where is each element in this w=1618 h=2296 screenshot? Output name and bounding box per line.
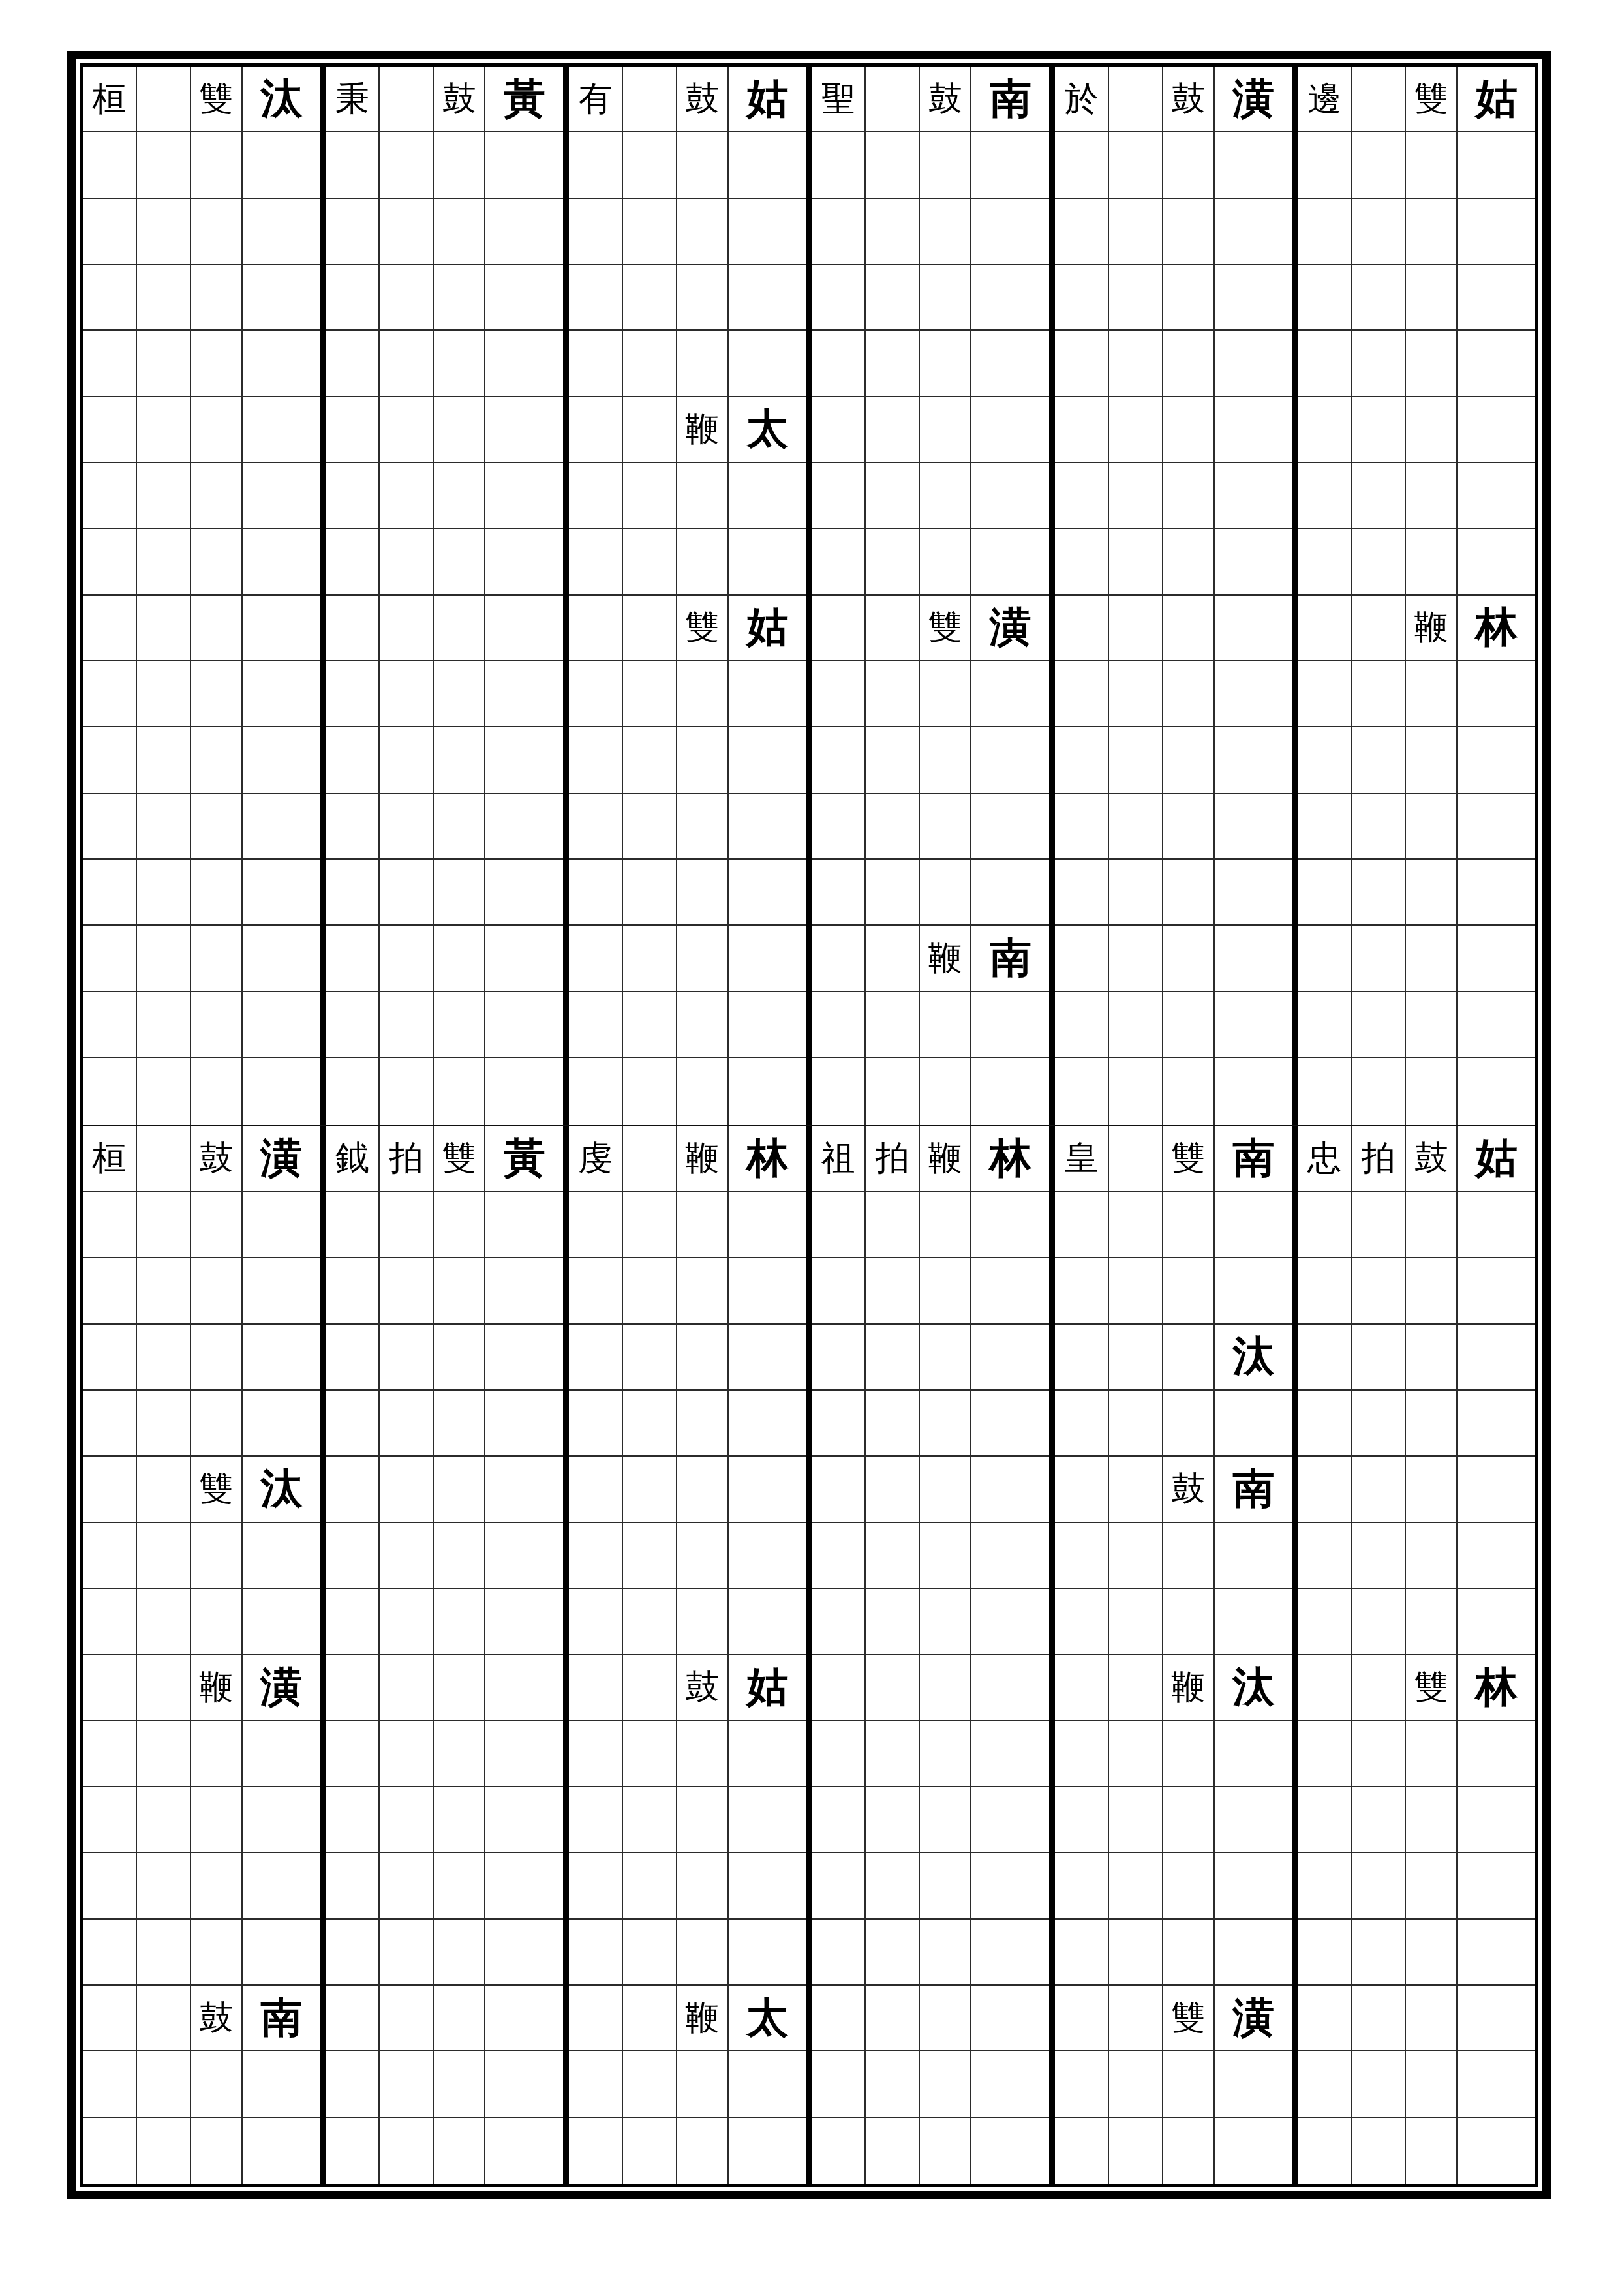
pitch-cell: 姑 [1458, 67, 1535, 132]
lyric-cell [83, 463, 137, 529]
janggu-cell [434, 397, 485, 463]
pitch-cell [485, 661, 563, 727]
lyric-cell [326, 1655, 380, 1721]
lyric-cell [326, 992, 380, 1058]
pitch-cell [971, 1457, 1049, 1522]
pak-cell [623, 1853, 677, 1919]
pitch-cell [729, 661, 806, 727]
pak-cell [1109, 1655, 1163, 1721]
lyric-cell [83, 1589, 137, 1655]
pitch-cell: 姑 [1458, 1126, 1535, 1192]
janggu-cell: 鼓 [1163, 67, 1215, 132]
pitch-cell [243, 199, 320, 265]
janggu-cell [1406, 1192, 1458, 1258]
pak-cell [380, 1457, 434, 1522]
janggu-cell [1163, 1787, 1215, 1853]
pak-cell [137, 132, 191, 198]
pitch-cell [971, 1853, 1049, 1919]
janggu-cell [434, 1920, 485, 1986]
pak-cell [866, 67, 920, 132]
lyric-cell [83, 1523, 137, 1589]
pak-cell [1109, 1126, 1163, 1192]
jeonggan-column-2-3: 虔鞭林鼓姑鞭太 [563, 1126, 806, 2184]
lyric-cell [1055, 661, 1109, 727]
lyric-cell [569, 331, 623, 397]
pak-cell [1352, 661, 1406, 727]
pak-cell [623, 1258, 677, 1324]
pitch-cell [1215, 331, 1292, 397]
lyric-cell [83, 199, 137, 265]
pak-cell [137, 1258, 191, 1324]
janggu-cell [434, 727, 485, 793]
pak-cell [380, 1589, 434, 1655]
jeonggan-column-2-5: 皇雙南汰鼓南鞭汰雙潢 [1049, 1126, 1292, 2184]
janggu-cell [1406, 1986, 1458, 2051]
lyric-cell [812, 1391, 866, 1457]
janggu-cell: 鞭 [920, 926, 971, 991]
pitch-cell [485, 727, 563, 793]
lyric-cell [83, 860, 137, 926]
pak-cell [1109, 2051, 1163, 2117]
pak-cell [380, 1853, 434, 1919]
pak-cell [866, 1920, 920, 1986]
lyric-cell [569, 926, 623, 991]
pitch-glyph: 林 [1476, 607, 1518, 648]
lyric-cell [812, 1258, 866, 1324]
pak-cell [866, 1058, 920, 1124]
janggu-cell: 鼓 [1163, 1457, 1215, 1522]
pak-cell [866, 727, 920, 793]
pitch-cell [729, 860, 806, 926]
pak-cell: 拍 [1352, 1126, 1406, 1192]
janggu-cell [920, 661, 971, 727]
pitch-cell: 太 [729, 1986, 806, 2051]
janggu-cell [920, 1721, 971, 1787]
lyric-cell [569, 463, 623, 529]
janggu-cell [1406, 661, 1458, 727]
lyric-cell [569, 397, 623, 463]
pitch-cell [729, 529, 806, 595]
pak-cell [137, 463, 191, 529]
lyric-cell [812, 1986, 866, 2051]
lyric-cell [1055, 860, 1109, 926]
lyric-cell: 鉞 [326, 1126, 380, 1192]
pitch-cell [729, 1325, 806, 1391]
pitch-cell [485, 860, 563, 926]
pak-cell [1352, 529, 1406, 595]
janggu-cell [1163, 1721, 1215, 1787]
pak-cell [1352, 1058, 1406, 1124]
lyric-cell [83, 661, 137, 727]
pak-cell [380, 67, 434, 132]
janggu-glyph: 雙 [1171, 1141, 1205, 1175]
pak-cell [866, 1986, 920, 2051]
pitch-cell [971, 1058, 1049, 1124]
pitch-cell [1458, 794, 1535, 860]
lyric-cell [326, 1391, 380, 1457]
lyric-cell [83, 1721, 137, 1787]
janggu-cell [1406, 1920, 1458, 1986]
pak-cell [380, 2051, 434, 2117]
pak-cell [137, 1126, 191, 1192]
lyric-cell [1055, 596, 1109, 661]
pitch-cell [243, 529, 320, 595]
janggu-cell [191, 1391, 243, 1457]
janggu-cell [920, 529, 971, 595]
pak-cell [380, 992, 434, 1058]
janggu-cell [1406, 1589, 1458, 1655]
lyric-cell [812, 992, 866, 1058]
pitch-glyph: 潢 [260, 1667, 302, 1708]
janggu-cell [1163, 1325, 1215, 1391]
pak-cell [1352, 1721, 1406, 1787]
lyric-cell: 秉 [326, 67, 380, 132]
pitch-cell [243, 1589, 320, 1655]
janggu-cell: 雙 [191, 67, 243, 132]
pak-cell [866, 2118, 920, 2184]
pitch-cell: 黃 [485, 67, 563, 132]
pitch-cell [971, 199, 1049, 265]
lyric-cell [812, 1920, 866, 1986]
lyric-cell [1298, 265, 1352, 331]
jeonggan-column-1-6: 邊雙姑鞭林 [1292, 67, 1536, 1125]
lyric-cell [1055, 992, 1109, 1058]
pak-cell [380, 926, 434, 991]
pitch-cell: 姑 [729, 67, 806, 132]
pak-cell [1352, 1325, 1406, 1391]
pak-cell [1352, 926, 1406, 991]
pitch-cell [971, 132, 1049, 198]
pitch-cell: 南 [971, 926, 1049, 991]
janggu-cell [677, 199, 729, 265]
pak-cell [623, 1986, 677, 2051]
pitch-cell [485, 265, 563, 331]
janggu-cell [920, 794, 971, 860]
lyric-cell [1298, 1258, 1352, 1324]
pitch-cell [1215, 1523, 1292, 1589]
pitch-cell [485, 199, 563, 265]
lyric-cell [326, 1192, 380, 1258]
pak-cell [380, 1523, 434, 1589]
janggu-cell [434, 1655, 485, 1721]
jeonggan-column-1-5: 於鼓潢 [1049, 67, 1292, 1125]
pak-cell [623, 1589, 677, 1655]
lyric-cell [83, 2051, 137, 2117]
janggu-cell [1406, 2118, 1458, 2184]
pak-cell [137, 1920, 191, 1986]
pitch-cell [971, 1523, 1049, 1589]
pitch-cell [1458, 2051, 1535, 2117]
janggu-cell [1406, 2051, 1458, 2117]
pak-cell [1109, 199, 1163, 265]
lyric-cell: 於 [1055, 67, 1109, 132]
janggu-cell [1163, 794, 1215, 860]
pitch-cell [485, 926, 563, 991]
pak-cell [380, 1391, 434, 1457]
lyric-cell [326, 2051, 380, 2117]
pak-cell [1109, 1192, 1163, 1258]
janggu-cell [920, 1258, 971, 1324]
lyric-cell [812, 926, 866, 991]
pitch-cell [243, 992, 320, 1058]
janggu-cell [677, 1787, 729, 1853]
janggu-cell: 鞭 [1163, 1655, 1215, 1721]
pak-cell [623, 2118, 677, 2184]
lyric-cell [1298, 596, 1352, 661]
pak-cell [380, 331, 434, 397]
lyric-cell [326, 1589, 380, 1655]
lyric-cell [812, 132, 866, 198]
pak-cell [137, 1457, 191, 1522]
pitch-cell [729, 992, 806, 1058]
janggu-cell [1406, 1721, 1458, 1787]
pitch-cell [971, 661, 1049, 727]
pak-cell [1352, 1523, 1406, 1589]
pak-cell [623, 1920, 677, 1986]
lyric-cell [1298, 992, 1352, 1058]
lyric-cell [569, 1523, 623, 1589]
lyric-cell [812, 1721, 866, 1787]
janggu-glyph: 鞭 [1171, 1670, 1205, 1704]
lyric-cell [569, 1058, 623, 1124]
janggu-cell [191, 992, 243, 1058]
pitch-cell [1215, 132, 1292, 198]
pitch-cell [1215, 1787, 1292, 1853]
lyric-cell [569, 794, 623, 860]
janggu-cell [920, 1325, 971, 1391]
janggu-cell [677, 926, 729, 991]
lyric-cell [1298, 1391, 1352, 1457]
lyric-cell [326, 1986, 380, 2051]
janggu-cell [920, 1391, 971, 1457]
pak-cell [380, 199, 434, 265]
pitch-cell [243, 331, 320, 397]
pitch-glyph: 姑 [1476, 1138, 1518, 1179]
pak-cell [1352, 67, 1406, 132]
lyric-cell [569, 596, 623, 661]
pak-cell [1352, 2118, 1406, 2184]
lyric-cell [569, 1853, 623, 1919]
janggu-glyph: 雙 [1171, 2001, 1205, 2035]
pitch-cell [1458, 331, 1535, 397]
lyric-cell [1298, 1787, 1352, 1853]
pitch-cell [243, 2051, 320, 2117]
pitch-cell [485, 331, 563, 397]
pitch-cell [1215, 1058, 1292, 1124]
lyric-cell [326, 1523, 380, 1589]
pitch-cell: 林 [971, 1126, 1049, 1192]
lyric-cell [1055, 794, 1109, 860]
lyric-cell [569, 1920, 623, 1986]
lyric-cell [812, 661, 866, 727]
janggu-cell [434, 860, 485, 926]
pak-cell [623, 727, 677, 793]
pak-cell [623, 1457, 677, 1522]
lyric-cell [569, 2051, 623, 2117]
janggu-cell [1163, 1058, 1215, 1124]
janggu-cell [1406, 1457, 1458, 1522]
pak-cell [866, 1655, 920, 1721]
janggu-cell [191, 926, 243, 991]
pak-cell [380, 463, 434, 529]
lyric-cell [83, 1457, 137, 1522]
lyric-cell [569, 1721, 623, 1787]
pak-cell [137, 199, 191, 265]
lyric-cell [83, 397, 137, 463]
pitch-cell [243, 926, 320, 991]
lyric-cell [83, 596, 137, 661]
janggu-cell [677, 1523, 729, 1589]
pak-cell [1109, 331, 1163, 397]
lyric-cell [1298, 529, 1352, 595]
pitch-cell [243, 1523, 320, 1589]
pitch-cell [971, 1325, 1049, 1391]
pitch-cell: 南 [971, 67, 1049, 132]
jeonggan-column-1-4: 聖鼓南雙潢鞭南 [806, 67, 1050, 1125]
janggu-cell [1163, 265, 1215, 331]
jeonggan-column-1-3: 有鼓姑鞭太雙姑 [563, 67, 806, 1125]
pitch-cell [729, 1258, 806, 1324]
janggu-cell [677, 331, 729, 397]
janggu-cell [434, 1192, 485, 1258]
pak-cell [623, 1325, 677, 1391]
pitch-cell [485, 529, 563, 595]
janggu-cell [434, 992, 485, 1058]
jeonggan-column-1-2: 秉鼓黃 [320, 67, 564, 1125]
janggu-cell: 雙 [920, 596, 971, 661]
lyric-cell [812, 1457, 866, 1522]
janggu-cell [1163, 1258, 1215, 1324]
pak-cell [623, 132, 677, 198]
janggu-glyph: 鼓 [1171, 1472, 1205, 1506]
lyric-cell [569, 1258, 623, 1324]
janggu-glyph: 鞭 [685, 412, 719, 446]
pak-cell [1109, 1391, 1163, 1457]
lyric-glyph: 鉞 [335, 1141, 369, 1175]
janggu-cell [1163, 2051, 1215, 2117]
pak-cell [380, 529, 434, 595]
pak-cell [137, 1391, 191, 1457]
pitch-cell [243, 1391, 320, 1457]
janggu-glyph: 鼓 [442, 82, 476, 116]
janggu-cell: 雙 [1163, 1126, 1215, 1192]
pitch-cell [971, 1721, 1049, 1787]
pitch-cell [1458, 529, 1535, 595]
pak-cell [623, 860, 677, 926]
lyric-cell [1055, 1258, 1109, 1324]
pitch-cell [971, 2118, 1049, 2184]
pak-cell [380, 794, 434, 860]
janggu-cell [434, 331, 485, 397]
janggu-cell [191, 132, 243, 198]
lyric-cell [1055, 1192, 1109, 1258]
pak-cell [1109, 1325, 1163, 1391]
pak-cell [1352, 2051, 1406, 2117]
janggu-cell: 鞭 [677, 397, 729, 463]
pitch-cell [971, 1589, 1049, 1655]
pitch-cell [1215, 1721, 1292, 1787]
pak-glyph: 拍 [1362, 1141, 1396, 1175]
pitch-cell [243, 661, 320, 727]
pitch-cell [1215, 661, 1292, 727]
pitch-glyph: 汰 [260, 1468, 302, 1510]
pitch-cell [971, 860, 1049, 926]
janggu-cell [434, 1853, 485, 1919]
pak-cell [380, 1787, 434, 1853]
lyric-cell [326, 1853, 380, 1919]
lyric-cell [326, 199, 380, 265]
pak-cell [866, 132, 920, 198]
pak-cell [1352, 1986, 1406, 2051]
lyric-cell [1055, 1325, 1109, 1391]
pak-cell [1352, 1655, 1406, 1721]
pitch-cell [485, 1721, 563, 1787]
pitch-cell [485, 794, 563, 860]
pak-cell [137, 1853, 191, 1919]
lyric-cell [326, 132, 380, 198]
pitch-cell [243, 1058, 320, 1124]
pak-cell [137, 1787, 191, 1853]
pitch-cell [243, 265, 320, 331]
janggu-cell [677, 1192, 729, 1258]
janggu-cell: 雙 [1406, 67, 1458, 132]
pitch-glyph: 潢 [260, 1138, 302, 1179]
lyric-cell [812, 265, 866, 331]
pitch-cell [1458, 1192, 1535, 1258]
lyric-cell [1298, 132, 1352, 198]
janggu-cell [1406, 926, 1458, 991]
lyric-cell [1298, 2118, 1352, 2184]
pitch-cell [485, 397, 563, 463]
janggu-cell [920, 727, 971, 793]
janggu-glyph: 鞭 [928, 1141, 962, 1175]
janggu-cell [677, 1920, 729, 1986]
janggu-cell [191, 860, 243, 926]
lyric-cell [1055, 2051, 1109, 2117]
pak-cell [380, 397, 434, 463]
lyric-cell [326, 596, 380, 661]
pitch-cell [1215, 860, 1292, 926]
janggu-glyph: 雙 [685, 611, 719, 644]
lyric-cell [569, 727, 623, 793]
lyric-cell [1298, 661, 1352, 727]
pak-cell [866, 1787, 920, 1853]
pak-cell [1109, 727, 1163, 793]
pitch-cell: 汰 [243, 1457, 320, 1522]
janggu-cell [677, 1258, 729, 1324]
pitch-cell [243, 463, 320, 529]
pak-cell: 拍 [380, 1126, 434, 1192]
pitch-cell [243, 1721, 320, 1787]
pitch-glyph: 南 [260, 1997, 302, 2039]
pak-cell [1109, 860, 1163, 926]
janggu-cell [434, 265, 485, 331]
janggu-cell [191, 1853, 243, 1919]
pak-cell [137, 1655, 191, 1721]
janggu-cell [434, 132, 485, 198]
lyric-cell [1298, 397, 1352, 463]
lyric-cell [569, 132, 623, 198]
pitch-glyph: 南 [1232, 1468, 1274, 1510]
pitch-cell [485, 463, 563, 529]
janggu-cell: 鼓 [191, 1126, 243, 1192]
lyric-cell [1298, 1058, 1352, 1124]
pitch-cell [729, 794, 806, 860]
lyric-cell [1055, 1058, 1109, 1124]
janggu-cell: 鼓 [677, 1655, 729, 1721]
pak-cell: 拍 [866, 1126, 920, 1192]
pak-cell [623, 67, 677, 132]
